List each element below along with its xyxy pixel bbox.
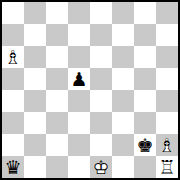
- square-f1[interactable]: [112, 156, 134, 178]
- square-e4[interactable]: [90, 90, 112, 112]
- black-pawn[interactable]: ♟: [68, 68, 90, 90]
- chess-board: ♝♗♟♚♝♗♛♚♔♜♖: [0, 0, 180, 180]
- square-b8[interactable]: [24, 2, 46, 24]
- square-h4[interactable]: [156, 90, 178, 112]
- square-a2[interactable]: [2, 134, 24, 156]
- square-e6[interactable]: [90, 46, 112, 68]
- square-c8[interactable]: [46, 2, 68, 24]
- square-f2[interactable]: [112, 134, 134, 156]
- black-queen-icon: ♛: [2, 156, 24, 178]
- square-a1[interactable]: ♛: [2, 156, 24, 178]
- chess-diagram: ♝♗♟♚♝♗♛♚♔♜♖: [0, 0, 180, 180]
- square-a3[interactable]: [2, 112, 24, 134]
- square-c7[interactable]: [46, 24, 68, 46]
- square-e1[interactable]: ♚♔: [90, 156, 112, 178]
- square-d3[interactable]: [68, 112, 90, 134]
- square-b2[interactable]: [24, 134, 46, 156]
- square-c6[interactable]: [46, 46, 68, 68]
- square-b4[interactable]: [24, 90, 46, 112]
- square-g8[interactable]: [134, 2, 156, 24]
- square-c1[interactable]: [46, 156, 68, 178]
- square-f3[interactable]: [112, 112, 134, 134]
- square-f5[interactable]: [112, 68, 134, 90]
- square-c4[interactable]: [46, 90, 68, 112]
- square-f4[interactable]: [112, 90, 134, 112]
- square-e2[interactable]: [90, 134, 112, 156]
- white-bishop[interactable]: ♝♗: [2, 46, 24, 68]
- square-g4[interactable]: [134, 90, 156, 112]
- black-queen[interactable]: ♛: [2, 156, 24, 178]
- square-a6[interactable]: ♝♗: [2, 46, 24, 68]
- black-king-icon: ♚: [134, 134, 156, 156]
- square-d7[interactable]: [68, 24, 90, 46]
- square-e7[interactable]: [90, 24, 112, 46]
- square-c5[interactable]: [46, 68, 68, 90]
- square-g5[interactable]: [134, 68, 156, 90]
- square-e8[interactable]: [90, 2, 112, 24]
- square-g2[interactable]: ♚: [134, 134, 156, 156]
- square-a5[interactable]: [2, 68, 24, 90]
- square-a7[interactable]: [2, 24, 24, 46]
- square-h3[interactable]: [156, 112, 178, 134]
- white-king-icon: ♔: [90, 156, 112, 178]
- square-c2[interactable]: [46, 134, 68, 156]
- square-f6[interactable]: [112, 46, 134, 68]
- square-g7[interactable]: [134, 24, 156, 46]
- square-d8[interactable]: [68, 2, 90, 24]
- square-b1[interactable]: [24, 156, 46, 178]
- square-g6[interactable]: [134, 46, 156, 68]
- black-king[interactable]: ♚: [134, 134, 156, 156]
- square-c3[interactable]: [46, 112, 68, 134]
- square-g3[interactable]: [134, 112, 156, 134]
- square-a4[interactable]: [2, 90, 24, 112]
- square-h6[interactable]: [156, 46, 178, 68]
- square-h7[interactable]: [156, 24, 178, 46]
- square-h5[interactable]: [156, 68, 178, 90]
- square-b7[interactable]: [24, 24, 46, 46]
- square-b5[interactable]: [24, 68, 46, 90]
- white-rook-icon: ♖: [156, 156, 178, 178]
- square-h1[interactable]: ♜♖: [156, 156, 178, 178]
- square-e3[interactable]: [90, 112, 112, 134]
- square-h8[interactable]: [156, 2, 178, 24]
- square-d1[interactable]: [68, 156, 90, 178]
- square-d5[interactable]: ♟: [68, 68, 90, 90]
- square-h2[interactable]: ♝♗: [156, 134, 178, 156]
- white-bishop-icon: ♗: [2, 46, 24, 68]
- square-d6[interactable]: [68, 46, 90, 68]
- square-e5[interactable]: [90, 68, 112, 90]
- black-pawn-icon: ♟: [68, 68, 90, 90]
- white-king[interactable]: ♚♔: [90, 156, 112, 178]
- white-bishop-icon: ♗: [156, 134, 178, 156]
- square-a8[interactable]: [2, 2, 24, 24]
- square-b6[interactable]: [24, 46, 46, 68]
- square-f8[interactable]: [112, 2, 134, 24]
- square-d2[interactable]: [68, 134, 90, 156]
- square-d4[interactable]: [68, 90, 90, 112]
- square-g1[interactable]: [134, 156, 156, 178]
- white-rook[interactable]: ♜♖: [156, 156, 178, 178]
- square-b3[interactable]: [24, 112, 46, 134]
- white-bishop[interactable]: ♝♗: [156, 134, 178, 156]
- square-f7[interactable]: [112, 24, 134, 46]
